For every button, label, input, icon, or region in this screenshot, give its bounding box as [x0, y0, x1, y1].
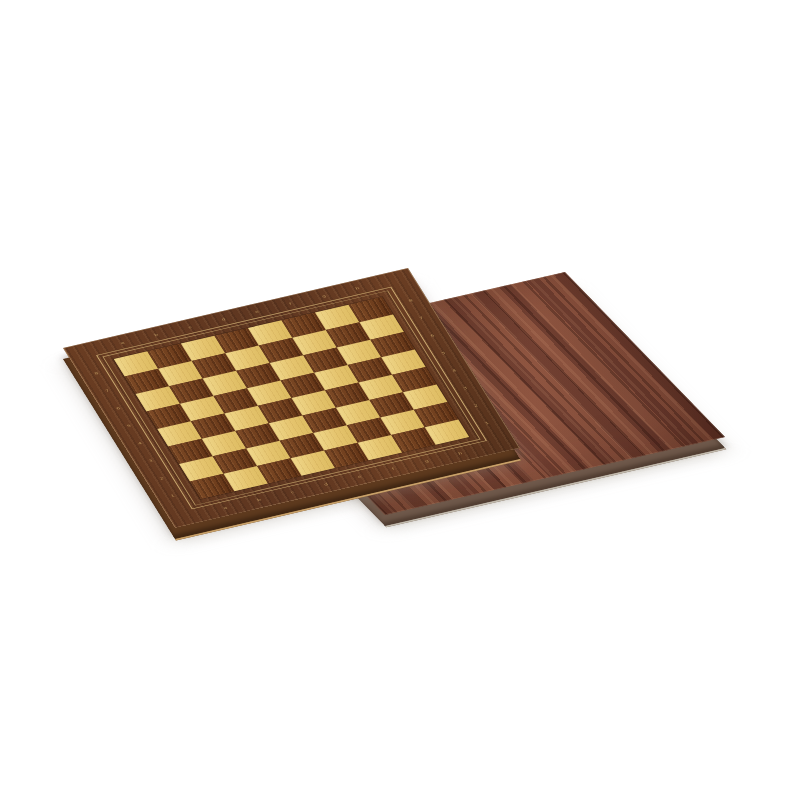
file-label-c: c [274, 485, 311, 499]
product-photo: aabbccddeeffgghh8877665544332211 [0, 0, 800, 800]
rank-label-7: 7 [404, 306, 438, 329]
rank-label-2: 2 [145, 467, 179, 490]
rank-label-1: 1 [470, 411, 504, 434]
rank-label-3: 3 [448, 376, 482, 399]
rank-label-8: 8 [394, 289, 428, 312]
file-label-f: f [374, 462, 411, 476]
rank-label-4: 4 [437, 359, 471, 382]
rank-label-1: 1 [155, 484, 189, 507]
file-label-b: b [138, 328, 175, 342]
file-label-h: h [339, 281, 376, 295]
file-label-a: a [207, 501, 244, 515]
file-label-f: f [272, 297, 309, 311]
rank-label-5: 5 [426, 341, 460, 364]
chess-field [114, 297, 469, 499]
rank-label-6: 6 [415, 324, 449, 347]
rank-label-6: 6 [101, 397, 135, 420]
rank-label-4: 4 [123, 432, 157, 455]
file-label-g: g [408, 454, 445, 468]
file-label-e: e [238, 305, 275, 319]
file-label-h: h [442, 446, 479, 460]
rank-label-2: 2 [459, 394, 493, 417]
rank-label-7: 7 [90, 379, 124, 402]
file-label-a: a [104, 336, 141, 350]
file-label-d: d [205, 313, 242, 327]
rank-label-3: 3 [134, 449, 168, 472]
rank-label-8: 8 [79, 362, 113, 385]
rank-label-5: 5 [112, 414, 146, 437]
file-label-c: c [171, 320, 208, 334]
file-label-b: b [240, 493, 277, 507]
file-label-d: d [307, 478, 344, 492]
file-label-g: g [305, 289, 342, 303]
file-label-e: e [341, 470, 378, 484]
